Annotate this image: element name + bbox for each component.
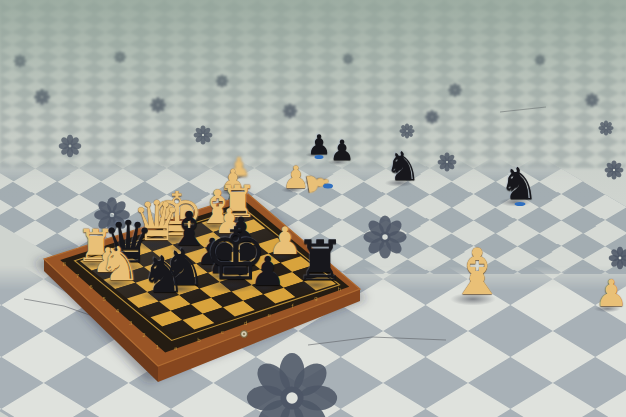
- rank-label: 8: [63, 261, 67, 267]
- floor-piece-black-knight: ♞: [499, 162, 538, 206]
- rank-label: 5: [102, 296, 106, 302]
- board-piece-black-knight: ♞: [140, 249, 186, 300]
- file-label: e: [268, 312, 272, 318]
- board-piece-black-rook: ♜: [295, 233, 345, 289]
- rank-label: 7: [76, 273, 80, 279]
- felt-base: [323, 184, 333, 189]
- rank-label: 3: [129, 320, 133, 326]
- file-label: b: [197, 337, 201, 343]
- floor-piece-black-pawn: ♟: [307, 131, 331, 158]
- file-label: a: [174, 345, 177, 351]
- file-label: d: [244, 320, 248, 326]
- floor-piece-black-knight: ♞: [385, 146, 421, 186]
- felt-base: [315, 155, 324, 159]
- file-label: g: [314, 295, 318, 302]
- floor-piece-white-pawn: ♟: [594, 275, 626, 312]
- rank-label: 1: [156, 344, 160, 350]
- rank-label: 6: [89, 284, 93, 290]
- board-piece-white-knight: ♞: [98, 240, 140, 287]
- felt-base: [515, 202, 526, 206]
- rank-label: 2: [142, 332, 146, 338]
- floor-piece-black-pawn: ♟: [329, 137, 354, 165]
- board-piece-black-pawn: ♟: [250, 252, 286, 292]
- floor-piece-white-bishop: ♝: [448, 240, 505, 304]
- file-label: c: [221, 329, 224, 335]
- tiled-floor-chess-scene: 8a7b6c5d4e3f2g1h♜♛♚♝♜♟♛♝♟♞♟♟♞♞♟♟♚♟♜♟♟♟♟♟…: [0, 0, 626, 417]
- rank-label: 4: [116, 308, 120, 314]
- floor-piece-white-pawn: ♟: [282, 162, 310, 193]
